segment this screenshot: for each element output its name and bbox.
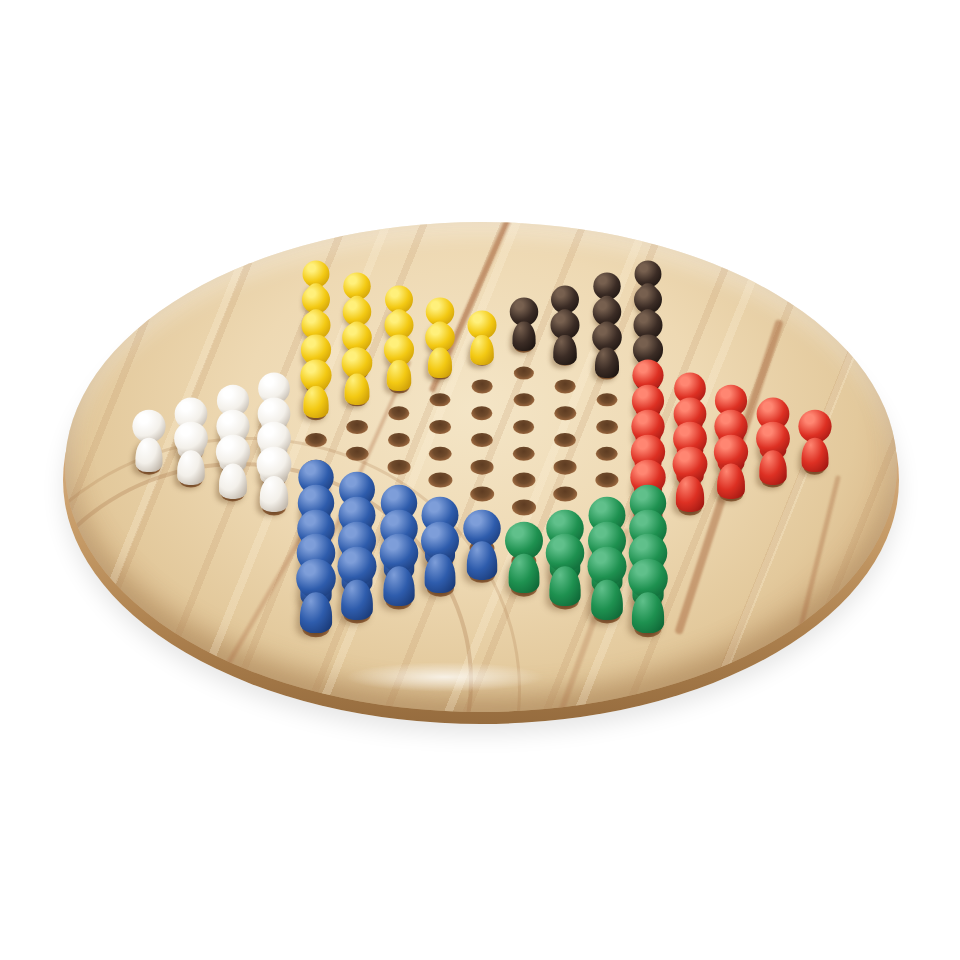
board-hole[interactable] [346,446,369,460]
board-hole[interactable] [512,446,535,460]
peg-base [676,476,704,512]
peg-yellow[interactable] [299,360,332,418]
peg-blue[interactable] [378,534,419,606]
board-hole[interactable] [471,406,492,420]
peg-base [345,373,370,405]
peg-red[interactable] [755,422,791,485]
board-hole[interactable] [472,380,493,393]
board-hole[interactable] [553,486,577,501]
peg-base [553,335,577,365]
board-hole[interactable] [595,473,618,488]
board-hole[interactable] [471,460,494,475]
peg-yellow[interactable] [341,347,374,404]
peg-base [260,476,288,512]
peg-base [219,464,247,499]
peg-green[interactable] [503,522,543,593]
peg-red[interactable] [713,435,749,499]
peg-base [717,464,745,499]
peg-base [303,386,328,418]
board-hole[interactable] [430,420,452,434]
peg-white[interactable] [256,447,293,512]
peg-blue[interactable] [420,522,460,593]
chinese-checkers-photo [0,0,960,960]
board-hole[interactable] [429,473,452,488]
peg-blue[interactable] [462,509,502,579]
board-hole[interactable] [470,486,494,501]
peg-base [177,451,204,486]
peg-base [591,580,623,620]
peg-white[interactable] [214,435,250,499]
peg-blue[interactable] [295,559,337,633]
peg-base [759,451,786,486]
varnish-highlight [345,662,545,692]
peg-green[interactable] [627,559,669,633]
peg-base [467,541,497,580]
peg-red[interactable] [671,447,708,512]
board-hole[interactable] [387,460,410,475]
peg-base [508,554,539,593]
peg-base [300,592,332,633]
board-hole[interactable] [512,473,535,488]
peg-base [595,347,619,377]
peg-base [549,567,580,607]
peg-yellow[interactable] [467,310,498,364]
peg-base [512,322,535,351]
peg-green[interactable] [545,534,586,606]
board-hole[interactable] [596,420,618,434]
peg-base [136,438,163,472]
peg-red[interactable] [797,410,832,472]
peg-base [425,554,456,593]
board-hole[interactable] [346,420,368,434]
peg-base [387,360,411,391]
peg-yellow[interactable] [383,335,415,391]
board-hole[interactable] [595,446,618,460]
peg-white[interactable] [173,422,209,485]
board-hole[interactable] [388,406,409,420]
peg-base [428,347,452,377]
peg-green[interactable] [586,547,628,620]
peg-yellow[interactable] [425,322,456,377]
peg-black[interactable] [550,310,581,364]
peg-base [470,335,494,365]
peg-base [801,438,828,472]
peg-blue[interactable] [337,547,379,620]
peg-white[interactable] [132,410,167,472]
board-hole[interactable] [429,446,452,460]
peg-base [341,580,373,620]
board-hole[interactable] [555,380,576,393]
peg-base [632,592,664,633]
board-hole[interactable] [554,460,577,475]
peg-base [383,567,414,607]
board-hole[interactable] [513,366,533,379]
board-hole[interactable] [554,406,575,420]
peg-black[interactable] [591,322,622,377]
board-hole[interactable] [513,420,535,434]
peg-black[interactable] [508,298,538,351]
